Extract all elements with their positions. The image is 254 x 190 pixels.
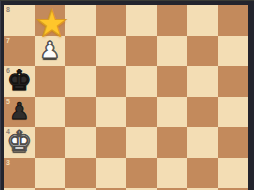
square-g5[interactable] xyxy=(187,97,218,128)
square-g6[interactable] xyxy=(187,66,218,97)
square-d6[interactable] xyxy=(96,66,127,97)
square-b3[interactable] xyxy=(35,158,66,189)
square-h5[interactable] xyxy=(218,97,249,128)
square-e8[interactable] xyxy=(126,5,157,36)
square-b2[interactable] xyxy=(35,188,66,190)
square-f6[interactable] xyxy=(157,66,188,97)
square-a4[interactable]: 4♚ xyxy=(4,127,35,158)
square-h4[interactable] xyxy=(218,127,249,158)
square-g7[interactable] xyxy=(187,36,218,67)
square-h3[interactable] xyxy=(218,158,249,189)
square-b4[interactable] xyxy=(35,127,66,158)
square-b5[interactable] xyxy=(35,97,66,128)
square-g2[interactable] xyxy=(187,188,218,190)
black-king-piece[interactable]: ♚ xyxy=(4,66,35,97)
white-king-piece[interactable]: ♚ xyxy=(4,127,35,158)
square-a3[interactable]: 3 xyxy=(4,158,35,189)
square-h8[interactable] xyxy=(218,5,249,36)
square-a7[interactable]: 7 xyxy=(4,36,35,67)
square-c6[interactable] xyxy=(65,66,96,97)
square-a2[interactable] xyxy=(4,188,35,190)
square-h7[interactable] xyxy=(218,36,249,67)
square-c3[interactable] xyxy=(65,158,96,189)
rank-label-3: 3 xyxy=(6,159,10,167)
square-e2[interactable] xyxy=(126,188,157,190)
square-c4[interactable] xyxy=(65,127,96,158)
black-pawn-piece[interactable]: ♟ xyxy=(4,97,35,128)
square-a5[interactable]: 5♟ xyxy=(4,97,35,128)
square-a8[interactable]: 8 xyxy=(4,5,35,36)
square-d2[interactable] xyxy=(96,188,127,190)
square-f5[interactable] xyxy=(157,97,188,128)
square-d7[interactable] xyxy=(96,36,127,67)
rank-label-7: 7 xyxy=(6,37,10,45)
square-c7[interactable] xyxy=(65,36,96,67)
square-b8[interactable]: ★ xyxy=(35,5,66,36)
chess-lesson-screen: 8★7♟6♚5♟4♚3 xyxy=(0,0,254,190)
square-f3[interactable] xyxy=(157,158,188,189)
rank-label-8: 8 xyxy=(6,6,10,14)
square-c2[interactable] xyxy=(65,188,96,190)
square-f7[interactable] xyxy=(157,36,188,67)
square-g8[interactable] xyxy=(187,5,218,36)
square-e5[interactable] xyxy=(126,97,157,128)
square-e6[interactable] xyxy=(126,66,157,97)
square-b6[interactable] xyxy=(35,66,66,97)
square-f2[interactable] xyxy=(157,188,188,190)
square-e7[interactable] xyxy=(126,36,157,67)
square-g3[interactable] xyxy=(187,158,218,189)
square-g4[interactable] xyxy=(187,127,218,158)
square-h2[interactable] xyxy=(218,188,249,190)
square-e3[interactable] xyxy=(126,158,157,189)
square-c5[interactable] xyxy=(65,97,96,128)
square-d5[interactable] xyxy=(96,97,127,128)
star-icon: ★ xyxy=(37,8,68,39)
square-d8[interactable] xyxy=(96,5,127,36)
square-c8[interactable] xyxy=(65,5,96,36)
square-f8[interactable] xyxy=(157,5,188,36)
square-b7[interactable]: ♟ xyxy=(35,36,66,67)
white-pawn-piece[interactable]: ♟ xyxy=(35,36,66,67)
square-d4[interactable] xyxy=(96,127,127,158)
chess-board: 8★7♟6♚5♟4♚3 xyxy=(4,5,248,190)
square-h6[interactable] xyxy=(218,66,249,97)
square-d3[interactable] xyxy=(96,158,127,189)
square-a6[interactable]: 6♚ xyxy=(4,66,35,97)
square-f4[interactable] xyxy=(157,127,188,158)
square-e4[interactable] xyxy=(126,127,157,158)
